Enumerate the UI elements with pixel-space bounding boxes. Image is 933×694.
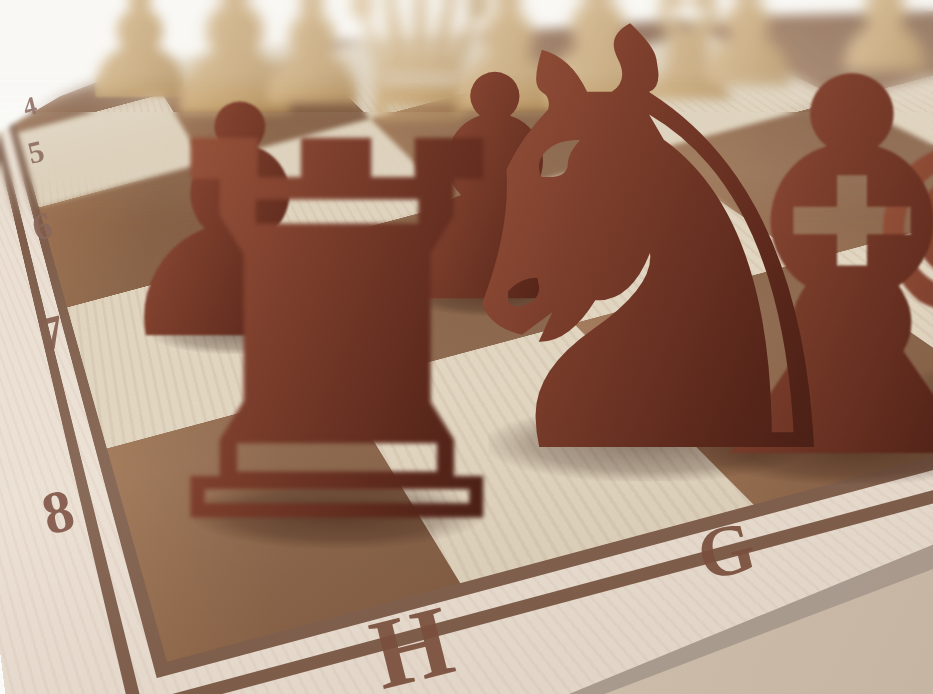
chess-board-plane [0, 0, 933, 694]
chess-photo-scene: ♟♟♟♛♟♟♝♟♟ 45678HGF ♟♟♚♝♞♜ Close-up photo… [0, 0, 933, 694]
board-grid [0, 0, 933, 678]
